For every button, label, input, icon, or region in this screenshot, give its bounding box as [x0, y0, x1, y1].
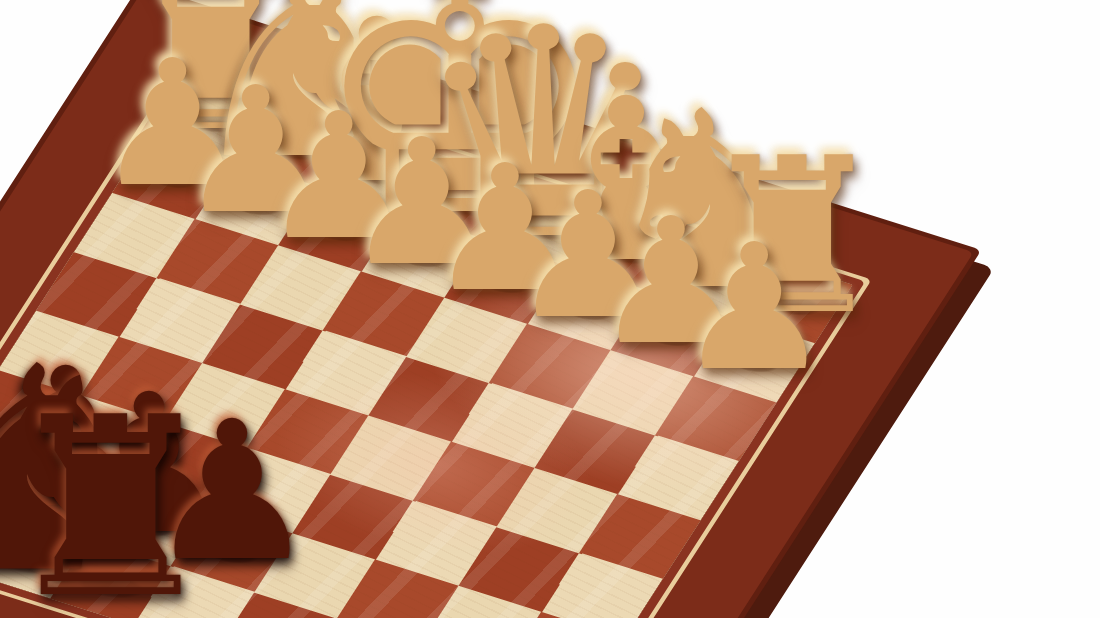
chess-board — [0, 75, 853, 618]
board-gloss-reflection — [0, 75, 853, 618]
chess-set-photo-scene: ♜♞♝♚♛♝♞♜♟♟♟♟♟♟♟♟♞♜♟♟♟ — [0, 0, 1100, 618]
